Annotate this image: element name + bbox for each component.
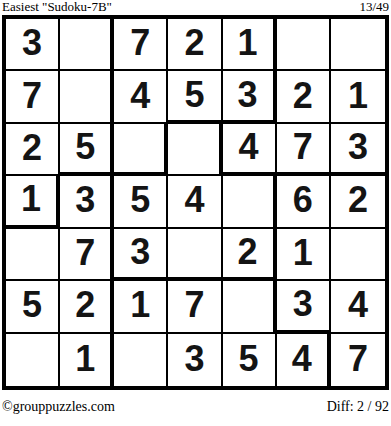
cell-r1c7[interactable] <box>331 19 385 71</box>
cell-r5c4[interactable] <box>168 229 222 281</box>
cell-r1c1[interactable]: 3 <box>6 19 60 71</box>
cell-r4c3[interactable]: 5 <box>114 176 168 228</box>
cell-r6c4[interactable]: 7 <box>168 281 222 333</box>
cell-r5c5[interactable]: 2 <box>223 229 277 281</box>
given-digit: 3 <box>130 234 150 270</box>
given-digit: 1 <box>21 181 41 217</box>
cell-r4c6[interactable]: 6 <box>277 176 331 228</box>
cell-r7c7[interactable]: 7 <box>331 334 385 386</box>
given-digit: 3 <box>22 25 42 61</box>
cell-r4c4[interactable]: 4 <box>168 176 222 228</box>
given-digit: 2 <box>75 287 95 323</box>
given-digit: 2 <box>348 182 368 218</box>
cell-r1c6[interactable] <box>277 19 331 71</box>
given-digit: 3 <box>293 286 313 322</box>
cell-r3c2[interactable]: 5 <box>60 124 114 176</box>
cell-r6c7[interactable]: 4 <box>331 281 385 333</box>
cell-r3c4[interactable] <box>168 124 222 176</box>
cell-r2c6[interactable]: 2 <box>277 71 331 123</box>
given-digit: 4 <box>239 129 259 165</box>
cell-r7c4[interactable]: 3 <box>168 334 222 386</box>
cell-r1c2[interactable] <box>60 19 114 71</box>
cell-r7c6[interactable]: 4 <box>277 334 331 386</box>
cell-r6c5[interactable] <box>223 281 277 333</box>
cell-r5c7[interactable] <box>331 229 385 281</box>
cell-r1c3[interactable]: 7 <box>114 19 168 71</box>
given-digit: 3 <box>75 182 95 218</box>
cell-r7c2[interactable]: 1 <box>60 334 114 386</box>
cell-r1c4[interactable]: 2 <box>168 19 222 71</box>
header: Easiest "Sudoku-7B" 13/49 <box>2 0 389 14</box>
given-digit: 7 <box>184 287 204 323</box>
cell-r5c2[interactable]: 7 <box>60 229 114 281</box>
cell-r5c6[interactable]: 1 <box>277 229 331 281</box>
given-digit: 5 <box>22 287 42 323</box>
cell-r3c3[interactable] <box>114 124 168 176</box>
cell-r1c5[interactable]: 1 <box>223 19 277 71</box>
given-digit: 7 <box>22 78 42 114</box>
cell-r3c1[interactable]: 2 <box>6 124 60 176</box>
cell-r2c3[interactable]: 4 <box>114 71 168 123</box>
cell-r7c3[interactable] <box>114 334 168 386</box>
cell-r4c2[interactable]: 3 <box>60 176 114 228</box>
difficulty-text: Diff: 2 / 92 <box>327 398 389 416</box>
cell-r2c7[interactable]: 1 <box>331 71 385 123</box>
given-digit: 3 <box>238 77 258 113</box>
given-digit: 5 <box>130 182 150 218</box>
cell-r3c7[interactable]: 3 <box>331 124 385 176</box>
given-digit: 7 <box>130 25 150 61</box>
puzzle-title: Easiest "Sudoku-7B" <box>2 0 112 14</box>
given-digit: 6 <box>293 182 313 218</box>
given-digit: 4 <box>184 182 204 218</box>
footer: ©grouppuzzles.com Diff: 2 / 92 <box>2 398 389 416</box>
sudoku-board: 372174532125473135462732152173413547 <box>2 15 389 390</box>
cell-r3c6[interactable]: 7 <box>277 124 331 176</box>
given-digit: 7 <box>75 235 95 271</box>
cell-r2c5[interactable]: 3 <box>223 71 277 123</box>
cell-r3c5[interactable]: 4 <box>223 124 277 176</box>
cell-counter: 13/49 <box>359 0 389 14</box>
cell-r4c5[interactable] <box>223 176 277 228</box>
cell-r4c1[interactable]: 1 <box>6 176 60 228</box>
given-digit: 2 <box>22 130 42 166</box>
cell-r2c2[interactable] <box>60 71 114 123</box>
cell-r5c3[interactable]: 3 <box>114 229 168 281</box>
cell-r5c1[interactable] <box>6 229 60 281</box>
cell-r6c1[interactable]: 5 <box>6 281 60 333</box>
cell-r7c1[interactable] <box>6 334 60 386</box>
given-digit: 5 <box>184 77 204 113</box>
copyright-text: ©grouppuzzles.com <box>2 398 115 416</box>
cell-r2c4[interactable]: 5 <box>168 71 222 123</box>
given-digit: 3 <box>348 129 368 165</box>
cell-r4c7[interactable]: 2 <box>331 176 385 228</box>
given-digit: 1 <box>293 235 313 271</box>
given-digit: 7 <box>293 129 313 165</box>
given-digit: 3 <box>184 341 204 377</box>
given-digit: 1 <box>238 25 258 61</box>
given-digit: 5 <box>239 341 259 377</box>
cell-r2c1[interactable]: 7 <box>6 71 60 123</box>
given-digit: 4 <box>292 341 312 377</box>
cell-r7c5[interactable]: 5 <box>223 334 277 386</box>
given-digit: 4 <box>348 287 368 323</box>
cell-r6c3[interactable]: 1 <box>114 281 168 333</box>
given-digit: 1 <box>75 341 95 377</box>
cell-r6c6[interactable]: 3 <box>277 281 331 333</box>
given-digit: 2 <box>184 25 204 61</box>
given-digit: 7 <box>348 341 368 377</box>
given-digit: 2 <box>293 78 313 114</box>
cell-r6c2[interactable]: 2 <box>60 281 114 333</box>
given-digit: 4 <box>130 78 150 114</box>
given-digit: 2 <box>238 234 258 270</box>
given-digit: 1 <box>348 78 368 114</box>
given-digit: 1 <box>130 287 150 323</box>
given-digit: 5 <box>75 129 95 165</box>
